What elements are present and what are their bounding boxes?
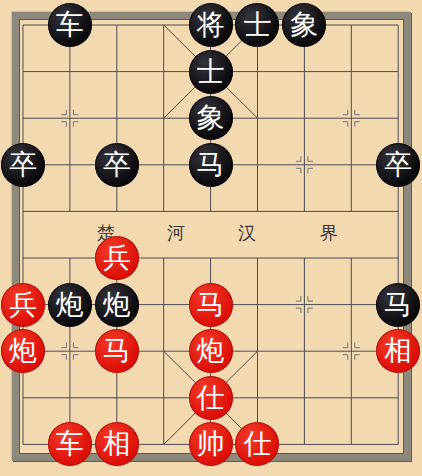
piece-glyph: 炮 (197, 337, 225, 365)
piece-red-horse[interactable]: 马 (95, 329, 139, 373)
piece-glyph: 相 (384, 337, 412, 365)
piece-black-advisor[interactable]: 士 (189, 50, 233, 94)
piece-red-cannon[interactable]: 炮 (189, 329, 233, 373)
piece-glyph: 士 (197, 58, 225, 86)
piece-black-soldier[interactable]: 卒 (376, 143, 420, 187)
piece-red-horse[interactable]: 马 (189, 283, 233, 327)
piece-glyph: 相 (103, 430, 131, 458)
piece-glyph: 兵 (103, 244, 131, 272)
piece-glyph: 车 (56, 430, 84, 458)
piece-glyph: 象 (197, 104, 225, 132)
piece-red-cannon[interactable]: 炮 (1, 329, 45, 373)
piece-glyph: 炮 (103, 291, 131, 319)
piece-glyph: 帅 (197, 430, 225, 458)
piece-grid: 车将士象士象卒卒马卒兵兵炮炮马马炮马炮相仕车相帅仕 (0, 2, 422, 468)
piece-glyph: 马 (384, 291, 412, 319)
piece-black-horse[interactable]: 马 (376, 283, 420, 327)
piece-glyph: 兵 (9, 291, 37, 319)
piece-glyph: 仕 (197, 384, 225, 412)
piece-black-cannon[interactable]: 炮 (48, 283, 92, 327)
piece-black-elephant[interactable]: 象 (189, 96, 233, 140)
piece-black-elephant[interactable]: 象 (282, 3, 326, 47)
piece-black-chariot[interactable]: 车 (48, 3, 92, 47)
piece-glyph: 炮 (9, 337, 37, 365)
piece-glyph: 车 (56, 11, 84, 39)
xiangqi-board[interactable]: 楚 河 汉 界 车将士象士象卒卒马卒兵兵炮炮马马炮马炮相仕车相帅仕 (0, 0, 422, 476)
piece-glyph: 仕 (243, 430, 271, 458)
piece-red-general[interactable]: 帅 (189, 422, 233, 466)
piece-red-chariot[interactable]: 车 (48, 422, 92, 466)
piece-glyph: 炮 (56, 291, 84, 319)
piece-black-horse[interactable]: 马 (189, 143, 233, 187)
piece-black-soldier[interactable]: 卒 (1, 143, 45, 187)
piece-red-soldier[interactable]: 兵 (95, 236, 139, 280)
piece-black-soldier[interactable]: 卒 (95, 143, 139, 187)
piece-black-cannon[interactable]: 炮 (95, 283, 139, 327)
piece-black-general[interactable]: 将 (189, 3, 233, 47)
piece-glyph: 士 (243, 11, 271, 39)
piece-black-advisor[interactable]: 士 (235, 3, 279, 47)
piece-glyph: 象 (290, 11, 318, 39)
piece-red-elephant[interactable]: 相 (376, 329, 420, 373)
piece-glyph: 卒 (9, 151, 37, 179)
piece-glyph: 马 (197, 151, 225, 179)
piece-glyph: 卒 (103, 151, 131, 179)
piece-red-soldier[interactable]: 兵 (1, 283, 45, 327)
piece-red-advisor[interactable]: 仕 (235, 422, 279, 466)
piece-glyph: 马 (197, 291, 225, 319)
piece-red-advisor[interactable]: 仕 (189, 376, 233, 420)
piece-red-elephant[interactable]: 相 (95, 422, 139, 466)
piece-glyph: 将 (197, 11, 225, 39)
piece-glyph: 马 (103, 337, 131, 365)
piece-glyph: 卒 (384, 151, 412, 179)
